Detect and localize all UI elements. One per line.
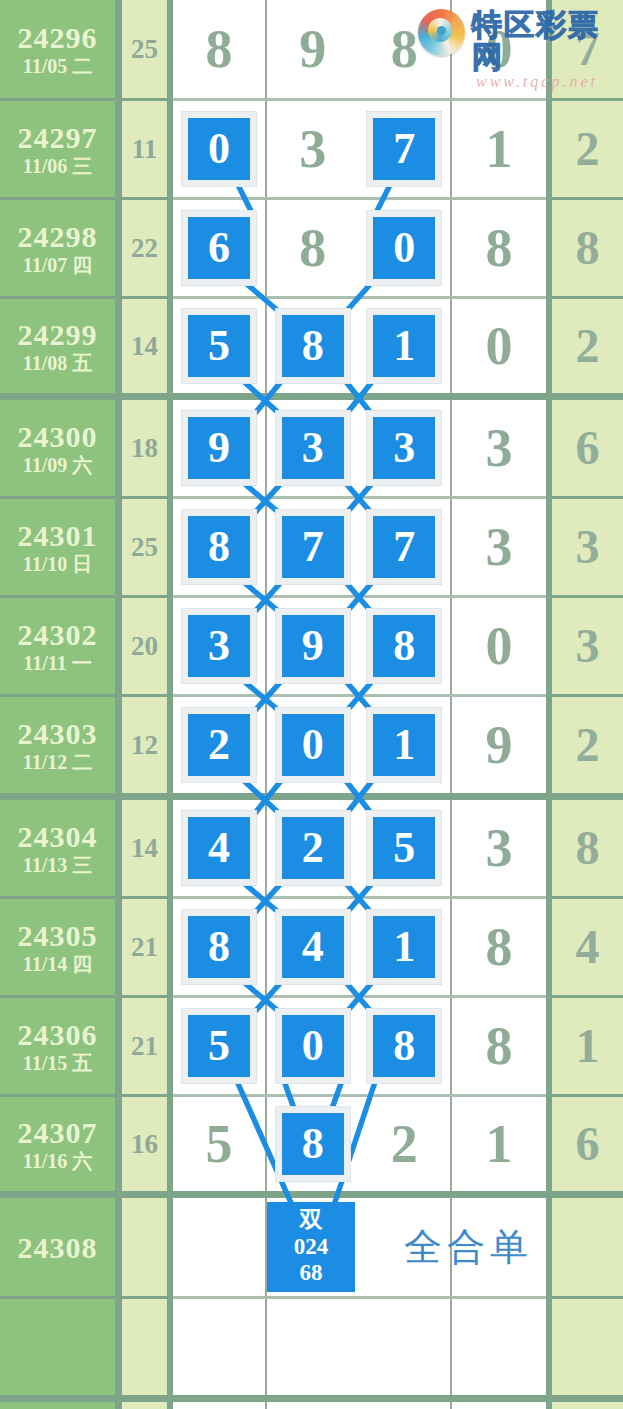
digit-col-2-3: 37	[267, 101, 452, 197]
digit-col-4: 1	[452, 101, 546, 197]
column-border	[115, 1402, 122, 1409]
draw-info-cell: 2430411/13 三	[0, 800, 115, 896]
digit-slot: 7	[359, 499, 451, 595]
digit: 3	[486, 421, 513, 475]
digit-col-4: 3	[452, 400, 546, 496]
digit-col-1: 0	[173, 101, 267, 197]
column-border	[115, 998, 122, 1094]
sep-mid	[173, 1191, 546, 1198]
sep-mid	[173, 393, 546, 400]
digit-slot	[359, 1402, 451, 1409]
digit-col-5	[552, 1198, 623, 1296]
digit-slot: 0	[267, 998, 359, 1094]
digit-col-1: 5	[173, 1097, 267, 1191]
draw-row: 2430311/12 二1220192	[0, 697, 623, 793]
row-separator	[0, 793, 623, 800]
digit-col-2-3: 01	[267, 697, 452, 793]
draw-number: 24301	[18, 519, 98, 552]
digit-col-5: 3	[552, 598, 623, 694]
highlighted-digit-box: 1	[373, 714, 435, 776]
digit: 3	[486, 821, 513, 875]
digit-slot: 8	[359, 998, 451, 1094]
value-cell: 20	[122, 598, 167, 694]
digit-col-5: 2	[552, 697, 623, 793]
column-border	[115, 400, 122, 496]
digit-col-4: 3	[452, 499, 546, 595]
digit-col-1: 5	[173, 299, 267, 393]
draw-number: 24296	[18, 21, 98, 54]
digit: 0	[486, 319, 513, 373]
draw-info-cell: 2429711/06 三	[0, 101, 115, 197]
digit-slot: 0	[359, 200, 451, 296]
sep-mid	[173, 793, 546, 800]
draw-info-cell: 2429611/05 二	[0, 0, 115, 98]
prediction-box: 双02468	[267, 1202, 355, 1292]
value-cell: 14	[122, 800, 167, 896]
site-logo-text: 特区彩票网 www.tqcp.net	[472, 9, 623, 91]
digit: 3	[576, 622, 600, 670]
prediction-box-line: 68	[300, 1260, 323, 1286]
digit-col-1	[173, 1198, 267, 1296]
digit: 8	[486, 920, 513, 974]
draw-number: 24302	[18, 618, 98, 651]
digit-slot: 1	[359, 899, 451, 995]
digit-col-5	[552, 1402, 623, 1409]
draw-date: 11/08 五	[23, 351, 92, 375]
highlighted-digit-box: 1	[373, 916, 435, 978]
value-cell: 18	[122, 400, 167, 496]
column-border	[115, 299, 122, 393]
prediction-box-line: 双	[300, 1207, 323, 1233]
sep-right	[546, 793, 623, 800]
draw-info-cell: 2430011/09 六	[0, 400, 115, 496]
highlighted-digit-box: 7	[373, 516, 435, 578]
digit: 1	[486, 1117, 513, 1171]
digit-col-2-3: 77	[267, 499, 452, 595]
digit: 2	[576, 322, 600, 370]
column-border	[115, 899, 122, 995]
highlighted-digit-box: 1	[373, 315, 435, 377]
digit: 3	[576, 523, 600, 571]
prediction-box-line: 024	[294, 1234, 329, 1260]
digit: 8	[576, 224, 600, 272]
value-cell: 11	[122, 101, 167, 197]
highlighted-digit-box: 8	[373, 1015, 435, 1077]
digit: 0	[486, 619, 513, 673]
draw-row: 2429711/06 三1103712	[0, 101, 623, 197]
digit-slot: 5	[359, 800, 451, 896]
column-border	[115, 200, 122, 296]
digit: 3	[299, 122, 326, 176]
digit-col-5: 8	[552, 800, 623, 896]
lottery-trend-chart: 特区彩票网 www.tqcp.net 2429611/05 二258980724…	[0, 0, 623, 1409]
highlighted-digit-box: 8	[282, 315, 344, 377]
digit-col-1: 2	[173, 697, 267, 793]
digit: 8	[486, 1019, 513, 1073]
digit-slot: 0	[267, 697, 359, 793]
digit: 8	[486, 221, 513, 275]
draw-info-cell: 2430311/12 二	[0, 697, 115, 793]
digit: 6	[576, 1120, 600, 1168]
digit: 8	[576, 824, 600, 872]
digit-col-5: 3	[552, 499, 623, 595]
digit-col-2-3	[267, 1299, 452, 1395]
value-cell: 12	[122, 697, 167, 793]
column-border	[115, 1198, 122, 1296]
digit-slot: 3	[359, 400, 451, 496]
draw-number: 24308	[18, 1231, 98, 1264]
draw-number: 24307	[18, 1116, 98, 1149]
digit-col-5: 8	[552, 200, 623, 296]
digit-col-2-3: 33	[267, 400, 452, 496]
digit-col-4: 8	[452, 998, 546, 1094]
site-url: www.tqcp.net	[476, 73, 623, 91]
value-cell	[122, 1299, 167, 1395]
draw-number: 24297	[18, 121, 98, 154]
digit-col-4: 9	[452, 697, 546, 793]
summary-row: 24308双02468全合单	[0, 1198, 623, 1296]
column-border	[115, 1299, 122, 1395]
digit-col-2-3: 25	[267, 800, 452, 896]
value-cell: 22	[122, 200, 167, 296]
digit-col-1: 6	[173, 200, 267, 296]
digit-slot: 8	[267, 1097, 359, 1191]
draw-row: 2430111/10 日2587733	[0, 499, 623, 595]
digit: 4	[576, 923, 600, 971]
digit-col-4: 0	[452, 299, 546, 393]
digit-col-1: 9	[173, 400, 267, 496]
digit-col-1: 3	[173, 598, 267, 694]
digit-col-2-3: 82	[267, 1097, 452, 1191]
draw-date: 11/15 五	[23, 1051, 92, 1075]
digit-col-4	[452, 1299, 546, 1395]
digit-slot: 9	[267, 598, 359, 694]
value-cell: 25	[122, 0, 167, 98]
draw-number: 24303	[18, 717, 98, 750]
draw-date: 11/12 二	[23, 750, 92, 774]
digit-slot: 2	[267, 800, 359, 896]
draw-number: 24306	[18, 1018, 98, 1051]
digit: 8	[299, 221, 326, 275]
digit-slot	[267, 1402, 359, 1409]
digit-slot: 4	[267, 899, 359, 995]
sep-mid	[173, 1395, 546, 1402]
column-border	[115, 800, 122, 896]
sep-right	[546, 393, 623, 400]
digit-col-5: 6	[552, 400, 623, 496]
highlighted-digit-box: 3	[282, 417, 344, 479]
draw-info-cell: 2430611/15 五	[0, 998, 115, 1094]
draw-info-cell	[0, 1299, 115, 1395]
draw-date: 11/11 一	[23, 651, 91, 675]
digit-slot: 1	[359, 299, 451, 393]
highlighted-digit-box: 5	[188, 315, 250, 377]
digit-slot: 8	[267, 299, 359, 393]
digit-slot: 3	[267, 101, 359, 197]
digit: 1	[486, 122, 513, 176]
digit: 2	[576, 125, 600, 173]
digit: 9	[486, 718, 513, 772]
highlighted-digit-box: 2	[188, 714, 250, 776]
draw-info-cell: 2430511/14 四	[0, 899, 115, 995]
empty-row	[0, 1299, 623, 1395]
row-separator	[0, 393, 623, 400]
digit: 3	[486, 520, 513, 574]
sep-right	[546, 1395, 623, 1402]
digit-col-1: 8	[173, 0, 267, 98]
digit-col-4	[452, 1402, 546, 1409]
digit: 6	[576, 424, 600, 472]
value-cell: 14	[122, 299, 167, 393]
digit-col-4: 8	[452, 899, 546, 995]
highlighted-digit-box: 0	[188, 118, 250, 180]
digit-col-5: 4	[552, 899, 623, 995]
highlighted-digit-box: 6	[188, 217, 250, 279]
draw-row: 2430611/15 五2150881	[0, 998, 623, 1094]
draw-date: 11/13 三	[23, 853, 92, 877]
highlighted-digit-box: 8	[188, 516, 250, 578]
digit-slot: 7	[359, 101, 451, 197]
draw-date: 11/14 四	[23, 952, 92, 976]
digit-col-4: 8	[452, 200, 546, 296]
empty-row-partial	[0, 1402, 623, 1409]
highlighted-digit-box: 4	[188, 817, 250, 879]
digit-col-1	[173, 1402, 267, 1409]
sep-right	[546, 1191, 623, 1198]
draw-number: 24305	[18, 919, 98, 952]
digit-col-2-3: 41	[267, 899, 452, 995]
draw-info-cell: 2429911/08 五	[0, 299, 115, 393]
highlighted-digit-box: 8	[282, 1113, 344, 1175]
prediction-note: 全合单	[391, 1222, 546, 1273]
draw-info-cell: 2430111/10 日	[0, 499, 115, 595]
value-cell	[122, 1198, 167, 1296]
column-border	[115, 1097, 122, 1191]
draw-info-cell: 2429811/07 四	[0, 200, 115, 296]
digit-col-2-3: 80	[267, 200, 452, 296]
digit: 1	[576, 1022, 600, 1070]
draw-row: 2430711/16 六1658216	[0, 1097, 623, 1191]
digit-slot	[359, 1299, 451, 1395]
value-cell	[122, 1402, 167, 1409]
draw-info-cell	[0, 1402, 115, 1409]
row-separator	[0, 1395, 623, 1402]
draw-date: 11/07 四	[23, 253, 92, 277]
highlighted-digit-box: 0	[373, 217, 435, 279]
digit-col-4: 0	[452, 598, 546, 694]
draw-date: 11/16 六	[23, 1149, 92, 1173]
highlighted-digit-box: 0	[282, 714, 344, 776]
draw-info-cell: 24308	[0, 1198, 115, 1296]
value-cell: 25	[122, 499, 167, 595]
highlighted-digit-box: 8	[373, 615, 435, 677]
draw-number: 24300	[18, 420, 98, 453]
highlighted-digit-box: 5	[373, 817, 435, 879]
draw-date: 11/09 六	[23, 453, 92, 477]
digit: 2	[391, 1117, 418, 1171]
digit-col-1: 8	[173, 899, 267, 995]
draw-number: 24304	[18, 820, 98, 853]
site-logo: 特区彩票网 www.tqcp.net	[418, 9, 623, 91]
digit-col-1: 5	[173, 998, 267, 1094]
draw-info-cell: 2430211/11 一	[0, 598, 115, 694]
highlighted-digit-box: 9	[282, 615, 344, 677]
column-border	[115, 697, 122, 793]
sep-left	[0, 1191, 173, 1198]
value-cell: 21	[122, 998, 167, 1094]
draw-row: 2430511/14 四2184184	[0, 899, 623, 995]
digit-slot: 9	[267, 0, 359, 98]
digit-slot: 8	[267, 200, 359, 296]
digit-slot: 1	[359, 697, 451, 793]
spiral-logo-icon	[418, 9, 465, 56]
draw-row: 2429811/07 四2268088	[0, 200, 623, 296]
value-cell: 21	[122, 899, 167, 995]
digit: 5	[206, 1117, 233, 1171]
digit-slot: 7	[267, 499, 359, 595]
digit-col-5: 6	[552, 1097, 623, 1191]
digit-col-2-3: 81	[267, 299, 452, 393]
digit: 9	[299, 22, 326, 76]
sep-left	[0, 793, 173, 800]
column-border	[115, 598, 122, 694]
site-name: 特区彩票网	[472, 9, 623, 72]
digit-col-2-3: 98	[267, 598, 452, 694]
digit-col-4: 1	[452, 1097, 546, 1191]
highlighted-digit-box: 0	[282, 1015, 344, 1077]
column-border	[115, 101, 122, 197]
value-cell: 16	[122, 1097, 167, 1191]
highlighted-digit-box: 8	[188, 916, 250, 978]
digit-col-5: 2	[552, 101, 623, 197]
digit-col-5	[552, 1299, 623, 1395]
draw-row: 2430211/11 一2039803	[0, 598, 623, 694]
highlighted-digit-box: 5	[188, 1015, 250, 1077]
highlighted-digit-box: 2	[282, 817, 344, 879]
draw-date: 11/10 日	[23, 552, 92, 576]
draw-row: 2429911/08 五1458102	[0, 299, 623, 393]
digit: 2	[576, 721, 600, 769]
highlighted-digit-box: 9	[188, 417, 250, 479]
highlighted-digit-box: 4	[282, 916, 344, 978]
row-separator	[0, 1191, 623, 1198]
digit-slot: 双02468	[267, 1198, 359, 1296]
digit: 8	[206, 22, 233, 76]
digit-col-1	[173, 1299, 267, 1395]
digit-col-2-3: 08	[267, 998, 452, 1094]
column-border	[115, 499, 122, 595]
highlighted-digit-box: 7	[282, 516, 344, 578]
digit-col-5: 2	[552, 299, 623, 393]
draw-row: 2430011/09 六1893336	[0, 400, 623, 496]
draw-info-cell: 2430711/16 六	[0, 1097, 115, 1191]
sep-left	[0, 393, 173, 400]
digit-col-1: 8	[173, 499, 267, 595]
digit: 8	[391, 22, 418, 76]
digit-col-1: 4	[173, 800, 267, 896]
digit-col-5: 1	[552, 998, 623, 1094]
highlighted-digit-box: 3	[188, 615, 250, 677]
digit-col-2-3	[267, 1402, 452, 1409]
highlighted-digit-box: 3	[373, 417, 435, 479]
draw-date: 11/06 三	[23, 154, 92, 178]
column-border	[115, 0, 122, 98]
digit-slot	[267, 1299, 359, 1395]
draw-row: 2430411/13 三1442538	[0, 800, 623, 896]
draw-number: 24298	[18, 220, 98, 253]
digit-slot: 2	[359, 1097, 451, 1191]
digit-slot: 3	[267, 400, 359, 496]
draw-date: 11/05 二	[23, 54, 92, 78]
draw-number: 24299	[18, 318, 98, 351]
highlighted-digit-box: 7	[373, 118, 435, 180]
digit-slot: 8	[359, 598, 451, 694]
sep-left	[0, 1395, 173, 1402]
digit-col-4: 3	[452, 800, 546, 896]
